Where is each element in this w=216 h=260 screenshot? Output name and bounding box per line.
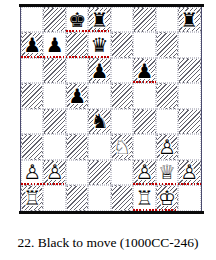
square-e3: ♞♘ [111, 134, 133, 159]
piece-glyph: ♙ [44, 161, 64, 184]
square-a1: ♜♖ [21, 185, 43, 210]
piece-glyph: ♟ [44, 33, 64, 56]
square-e6 [111, 58, 133, 83]
black-king: ♚♚ [67, 8, 87, 31]
black-knight: ♞♞ [89, 110, 109, 133]
square-c4 [66, 109, 88, 134]
square-h4 [178, 109, 200, 134]
square-d2 [88, 160, 110, 185]
black-rook: ♜♜ [89, 8, 109, 31]
piece-glyph: ♖ [22, 186, 42, 209]
black-pawn: ♟♟ [67, 84, 87, 107]
square-c6 [66, 58, 88, 83]
square-b3 [43, 134, 65, 159]
black-queen: ♛♛ [89, 33, 109, 56]
square-f4 [133, 109, 155, 134]
piece-glyph: ♙ [134, 161, 154, 184]
piece-glyph: ♙ [179, 161, 199, 184]
black-rook: ♜♜ [179, 8, 199, 31]
square-e1 [111, 185, 133, 210]
piece-glyph: ♟ [89, 59, 109, 82]
square-c1 [66, 185, 88, 210]
white-pawn: ♟♙ [179, 161, 199, 184]
spellcheck-squiggle [21, 183, 66, 185]
square-a4 [21, 109, 43, 134]
square-d1 [88, 185, 110, 210]
square-f7 [133, 32, 155, 57]
piece-glyph: ♟ [22, 33, 42, 56]
square-e2 [111, 160, 133, 185]
diagram-caption: 22. Black to move (1000CC-246) [0, 235, 216, 251]
black-pawn: ♟♟ [89, 59, 109, 82]
square-h8: ♜♜ [178, 7, 200, 32]
square-g4 [156, 109, 178, 134]
spellcheck-squiggle [66, 30, 111, 32]
square-b6 [43, 58, 65, 83]
square-g2: ♛♕ [156, 160, 178, 185]
square-f1: ♜♖ [133, 185, 155, 210]
square-g7 [156, 32, 178, 57]
square-a7: ♟♟ [21, 32, 43, 57]
square-a5 [21, 83, 43, 108]
square-g3: ♟♙ [156, 134, 178, 159]
chess-board: ♚♚♜♜♜♜♟♟♟♟♛♛♟♟♟♟♟♟♞♞♞♘♟♙♟♙♟♙♟♙♛♕♟♙♜♖♜♖♚♔ [21, 7, 201, 211]
square-c3 [66, 134, 88, 159]
square-e4 [111, 109, 133, 134]
square-d4: ♞♞ [88, 109, 110, 134]
piece-glyph: ♔ [157, 186, 177, 209]
square-d7: ♛♛ [88, 32, 110, 57]
spellcheck-squiggle [21, 56, 111, 58]
square-c8: ♚♚ [66, 7, 88, 32]
board-border-bottom [19, 211, 204, 214]
square-h2: ♟♙ [178, 160, 200, 185]
square-f6: ♟♟ [133, 58, 155, 83]
spellcheck-squiggle [133, 183, 200, 185]
square-a6 [21, 58, 43, 83]
square-h3 [178, 134, 200, 159]
piece-glyph: ♟ [67, 84, 87, 107]
white-pawn: ♟♙ [134, 161, 154, 184]
square-g5 [156, 83, 178, 108]
square-g8 [156, 7, 178, 32]
piece-glyph: ♕ [157, 161, 177, 184]
square-a8 [21, 7, 43, 32]
white-king: ♚♔ [157, 186, 177, 209]
square-f8 [133, 7, 155, 32]
piece-glyph: ♙ [22, 161, 42, 184]
piece-glyph: ♜ [89, 8, 109, 31]
square-a2: ♟♙ [21, 160, 43, 185]
black-pawn: ♟♟ [22, 33, 42, 56]
square-b7: ♟♟ [43, 32, 65, 57]
square-c2 [66, 160, 88, 185]
spellcheck-squiggle [133, 209, 178, 211]
square-c5: ♟♟ [66, 83, 88, 108]
piece-glyph: ♜ [179, 8, 199, 31]
white-knight: ♞♘ [112, 135, 132, 158]
square-h7 [178, 32, 200, 57]
piece-glyph: ♞ [89, 110, 109, 133]
square-b8 [43, 7, 65, 32]
square-e7 [111, 32, 133, 57]
piece-glyph: ♘ [112, 135, 132, 158]
board-border-right [201, 7, 202, 211]
piece-glyph: ♚ [67, 8, 87, 31]
square-d5 [88, 83, 110, 108]
square-g1: ♚♔ [156, 185, 178, 210]
white-rook: ♜♖ [134, 186, 154, 209]
white-pawn: ♟♙ [44, 161, 64, 184]
chess-diagram: ♚♚♜♜♜♜♟♟♟♟♛♛♟♟♟♟♟♟♞♞♞♘♟♙♟♙♟♙♟♙♛♕♟♙♜♖♜♖♚♔… [0, 0, 216, 260]
square-h6 [178, 58, 200, 83]
square-e8 [111, 7, 133, 32]
square-f5 [133, 83, 155, 108]
square-c7 [66, 32, 88, 57]
square-h5 [178, 83, 200, 108]
square-b4 [43, 109, 65, 134]
square-d8: ♜♜ [88, 7, 110, 32]
square-b5 [43, 83, 65, 108]
square-f2: ♟♙ [133, 160, 155, 185]
piece-glyph: ♟ [134, 59, 154, 82]
piece-glyph: ♙ [157, 135, 177, 158]
square-b2: ♟♙ [43, 160, 65, 185]
white-pawn: ♟♙ [22, 161, 42, 184]
square-e5 [111, 83, 133, 108]
square-f3 [133, 134, 155, 159]
spellcheck-squiggle [133, 81, 155, 83]
square-h1 [178, 185, 200, 210]
white-rook: ♜♖ [22, 186, 42, 209]
piece-glyph: ♛ [89, 33, 109, 56]
square-d6: ♟♟ [88, 58, 110, 83]
black-pawn: ♟♟ [44, 33, 64, 56]
black-pawn: ♟♟ [134, 59, 154, 82]
piece-glyph: ♖ [134, 186, 154, 209]
white-pawn: ♟♙ [157, 135, 177, 158]
square-g6 [156, 58, 178, 83]
square-d3 [88, 134, 110, 159]
square-a3 [21, 134, 43, 159]
square-b1 [43, 185, 65, 210]
white-queen: ♛♕ [157, 161, 177, 184]
